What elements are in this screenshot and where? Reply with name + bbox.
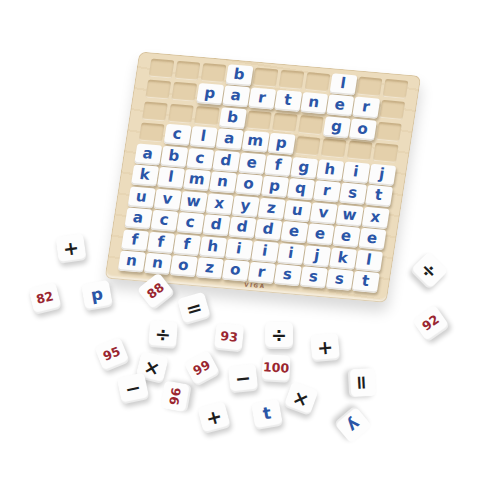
board-tile-w[interactable]: w [179,190,207,212]
board-cell-r10c5: o [221,259,250,283]
board-tile-c[interactable]: c [176,212,204,234]
loose-tile-−[interactable]: − [116,372,149,404]
board-cell-r4c7 [292,134,321,158]
loose-tile-t[interactable]: t [251,399,283,430]
board-grid: blpartnerbgoclampabcdefghijklmnopqrstuvw… [117,56,410,294]
board-tile-o[interactable]: o [221,259,249,281]
board-tile-p[interactable]: p [196,83,224,105]
loose-tile-y[interactable]: y [334,405,373,444]
board-cell-r8c9: e [331,225,360,249]
board-cell-r1c10 [380,77,409,101]
board-tile-y[interactable]: y [231,195,259,217]
board-tile-c[interactable]: c [163,124,191,146]
board-tile-o[interactable]: o [348,118,376,140]
board-cell-r2c7: n [299,91,328,115]
board-cell-r10c6: r [247,261,276,285]
cell-recess [379,100,405,120]
board-tile-s[interactable]: s [325,268,353,290]
board-cell-r2c6: t [273,89,302,113]
tile-glyph: + [62,238,80,259]
board-tile-e[interactable]: e [358,228,386,250]
board-cell-r5c5: e [237,151,266,175]
board-cell-r3c7 [296,113,325,137]
board-cell-r10c2: n [143,252,172,276]
board-tile-n[interactable]: n [117,250,145,272]
board-tile-i[interactable]: i [342,161,370,183]
tile-glyph: 93 [220,330,239,344]
board-cell-r5c7: g [289,156,318,180]
board-tile-c[interactable]: c [150,210,178,232]
board-cell-r9c9: k [328,246,357,270]
board-cell-r10c1: n [117,250,146,274]
board-tile-r[interactable]: r [313,180,341,202]
board-cell-r8c4: d [201,214,230,238]
board-cell-r9c6: i [250,240,279,264]
board-cell-r6c8: r [312,180,341,204]
board-tile-d[interactable]: d [228,216,256,238]
board-cell-r4c5: m [240,130,269,154]
board-tile-f[interactable]: f [264,154,292,176]
cell-recess [148,58,174,78]
tile-glyph: y [344,415,363,435]
board-cell-r6c3: m [182,168,211,192]
board-cell-r4c6: p [266,132,295,156]
board-tile-r[interactable]: r [247,262,275,284]
cell-recess [278,69,304,89]
photo-stage: blpartnerbgoclampabcdefghijklmnopqrstuvw… [0,0,483,483]
loose-tile-+[interactable]: + [310,333,340,362]
cell-recess [294,136,320,156]
board-cell-r4c10 [370,141,399,165]
board-tile-q[interactable]: q [287,178,315,200]
board-cell-r10c9: s [325,268,354,292]
board-tile-i[interactable]: i [277,242,305,264]
tile-glyph: 88 [145,281,166,302]
board-tile-r[interactable]: r [248,87,276,109]
board-tile-t[interactable]: t [365,185,393,207]
loose-tile-93[interactable]: 93 [214,323,245,353]
loose-tile-=[interactable]: = [177,292,211,326]
board-cell-r6c9: s [338,182,367,206]
loose-tile-+[interactable]: + [197,401,231,434]
cell-recess [372,143,398,163]
loose-tile-÷[interactable]: ÷ [148,320,178,349]
board-tile-b[interactable]: b [160,145,188,167]
cell-recess [376,121,402,141]
board-cell-r2c5: r [247,87,276,111]
tile-glyph: − [234,368,252,389]
cell-recess [168,103,194,123]
board-cell-r1c2 [172,59,201,83]
board-cell-r4c2: c [162,123,191,147]
cell-recess [356,76,382,96]
board-cell-r1c7 [302,70,331,94]
board-cell-r1c9 [354,74,383,98]
board-cell-r8c1: a [123,207,152,231]
tile-glyph: 82 [35,290,55,306]
loose-tile-95[interactable]: 95 [94,337,130,373]
board-cell-r4c8 [318,137,347,161]
letter-board: blpartnerbgoclampabcdefghijklmnopqrstuvw… [104,51,421,303]
board-cell-r5c9: i [341,160,370,184]
board-tile-x[interactable]: x [205,193,233,215]
board-cell-r7c5: y [231,194,260,218]
loose-tile-99[interactable]: 99 [183,350,220,387]
cell-recess [174,60,200,80]
board-cell-r9c5: i [224,237,253,261]
board-tile-m[interactable]: m [183,169,211,191]
board-tile-t[interactable]: t [351,271,379,293]
board-cell-r1c3 [198,61,227,85]
board-tile-g[interactable]: g [322,116,350,138]
board-tile-x[interactable]: x [361,206,389,228]
board-tile-k[interactable]: k [131,164,159,186]
cell-recess [171,82,197,102]
tile-glyph: + [204,406,224,428]
board-tile-r[interactable]: r [352,96,380,118]
board-cell-r7c6: z [257,197,286,221]
board-cell-r5c2: b [159,145,188,169]
board-tile-l[interactable]: l [157,167,185,189]
board-tile-s[interactable]: s [339,182,367,204]
board-cell-r3c8: g [322,115,351,139]
board-cell-r7c4: x [205,192,234,216]
board-tile-e[interactable]: e [306,223,334,245]
board-tile-e[interactable]: e [326,94,354,116]
board-cell-r5c10: j [367,163,396,187]
tile-glyph: + [316,337,334,357]
board-cell-r10c10: t [351,270,380,294]
tile-glyph: ÷ [417,258,442,283]
board-cell-r1c6 [276,68,305,92]
loose-tile-÷[interactable]: ÷ [410,251,449,290]
board-tile-v[interactable]: v [309,202,337,224]
board-cell-r4c9 [344,139,373,163]
loose-tile-−[interactable]: − [228,364,259,394]
tile-glyph: × [142,356,162,378]
board-tile-g[interactable]: g [290,156,318,178]
board-cell-r1c8: l [328,72,357,96]
tile-glyph: 96 [168,387,183,406]
board-tile-w[interactable]: w [335,204,363,226]
board-cell-r1c5 [250,65,279,89]
cell-recess [346,141,372,161]
loose-tile-96[interactable]: 96 [160,380,191,412]
loose-tile-92[interactable]: 92 [412,304,450,342]
board-tile-e[interactable]: e [332,225,360,247]
board-cell-r2c4: a [221,85,250,109]
board-cell-r8c3: c [175,211,204,235]
board-tile-m[interactable]: m [241,130,269,152]
board-tile-f[interactable]: f [121,229,149,251]
tile-glyph: × [290,387,311,410]
board-cell-r7c9: w [335,203,364,227]
board-cell-r6c5: o [234,173,263,197]
board-cell-r7c2: v [153,188,182,212]
tile-glyph: 100 [263,362,290,376]
board-tile-d[interactable]: d [254,219,282,241]
board-cell-r2c1 [143,78,172,102]
board-cell-r2c3: p [195,82,224,106]
board-tile-n[interactable]: n [143,253,171,275]
board-cell-r5c6: f [263,154,292,178]
board-tile-u[interactable]: u [283,199,311,221]
board-cell-r3c10 [374,120,403,144]
tile-glyph: = [184,297,205,320]
cell-recess [138,122,164,142]
tile-glyph: = [352,374,372,391]
board-cell-r2c8: e [325,94,354,118]
board-tile-p[interactable]: p [267,133,295,155]
board-tile-n[interactable]: n [209,171,237,193]
board-cell-r6c10: t [364,184,393,208]
loose-tile-82[interactable]: 82 [28,282,62,315]
tile-glyph: 99 [191,359,212,378]
board-cell-r5c8: h [315,158,344,182]
board-tile-t[interactable]: t [274,90,302,112]
cell-recess [272,112,298,132]
cell-recess [382,78,408,98]
tile-glyph: p [90,286,104,304]
cell-recess [252,67,278,87]
board-cell-r3c6 [270,111,299,135]
cell-recess [298,115,324,135]
tile-glyph: ÷ [154,324,171,344]
board-cell-r10c3: o [169,254,198,278]
board-cell-r7c1: u [127,185,156,209]
loose-tile-+[interactable]: + [55,233,86,264]
board-cell-r9c10: l [354,249,383,273]
board-cell-r3c9: o [348,117,377,141]
board-tile-e[interactable]: e [238,152,266,174]
board-cell-r5c1: a [133,142,162,166]
board-cell-r4c1 [136,121,165,145]
loose-tile-100[interactable]: 100 [261,354,290,382]
board-cell-r5c3: c [185,147,214,171]
board-cell-r1c1 [146,56,175,80]
board-cell-r7c10: x [361,206,390,230]
cell-recess [200,63,226,83]
board-tile-l[interactable]: l [355,249,383,271]
board-cell-r9c1: f [120,228,149,252]
board-cell-r6c4: n [208,171,237,195]
board-cell-r9c7: i [276,242,305,266]
tile-glyph: 92 [420,313,441,333]
board-tile-j[interactable]: j [303,245,331,267]
board-cell-r6c1: k [130,164,159,188]
cell-recess [194,106,220,126]
board-tile-s[interactable]: s [299,266,327,288]
board-cell-r8c8: e [305,223,334,247]
cell-recess [142,101,168,121]
board-tile-n[interactable]: n [300,92,328,114]
board-cell-r9c4: h [198,235,227,259]
board-tile-o[interactable]: o [235,173,263,195]
board-tile-d[interactable]: d [202,214,230,236]
board-tile-a[interactable]: a [124,207,152,229]
board-cell-r3c3 [192,104,221,128]
board-tile-l[interactable]: l [189,126,217,148]
cell-recess [246,110,272,130]
board-tile-z[interactable]: z [195,257,223,279]
board-cell-r9c8: j [302,244,331,268]
board-cell-r10c8: s [299,266,328,290]
board-cell-r6c7: q [286,177,315,201]
board-tile-a[interactable]: a [215,128,243,150]
board-cell-r3c1 [140,99,169,123]
board-tile-o[interactable]: o [169,255,197,277]
board-tile-j[interactable]: j [368,163,396,185]
board-tile-f[interactable]: f [147,231,175,253]
loose-tile-=[interactable]: = [348,368,376,397]
tile-glyph: ÷ [271,326,287,345]
board-cell-r2c10 [377,98,406,122]
cell-recess [320,138,346,158]
board-cell-r8c6: d [253,218,282,242]
board-tile-b[interactable]: b [218,107,246,129]
board-cell-r8c2: c [149,209,178,233]
board-tile-k[interactable]: k [329,247,357,269]
board-tile-c[interactable]: c [186,147,214,169]
board-cell-r10c7: s [273,263,302,287]
board-cell-r6c6: p [260,175,289,199]
board-tile-b[interactable]: b [225,64,253,86]
board-tile-p[interactable]: p [261,176,289,198]
board-tile-z[interactable]: z [257,197,285,219]
board-tile-v[interactable]: v [153,188,181,210]
board-cell-r2c2 [169,80,198,104]
loose-tile-÷[interactable]: ÷ [265,322,293,349]
board-cell-r3c5 [244,108,273,132]
board-cell-r8c10: e [357,227,386,251]
board-tile-a[interactable]: a [134,143,162,165]
board-cell-r5c4: d [211,149,240,173]
board-cell-r8c7: e [279,220,308,244]
board-cell-r4c4: a [214,128,243,152]
board-cell-r3c4: b [218,106,247,130]
tile-glyph: 95 [102,345,123,363]
tile-glyph: − [123,378,143,400]
loose-tile-p[interactable]: p [81,280,113,311]
board-tile-u[interactable]: u [127,186,155,208]
board-cell-r7c3: w [179,190,208,214]
board-tile-i[interactable]: i [225,238,253,260]
tile-glyph: t [262,406,273,424]
board-cell-r4c3: l [188,125,217,149]
board-cell-r1c4: b [224,63,253,87]
board-cell-r10c4: z [195,257,224,281]
board-cell-r7c7: u [283,199,312,223]
board-tile-l[interactable]: l [329,73,357,95]
board-tile-f[interactable]: f [173,233,201,255]
cell-recess [145,79,171,99]
board-tile-s[interactable]: s [273,264,301,286]
board-tile-h[interactable]: h [316,159,344,181]
board-cell-r9c3: f [172,233,201,257]
cell-recess [304,72,330,92]
board-tile-h[interactable]: h [199,236,227,258]
board-cell-r6c2: l [156,166,185,190]
board-tile-d[interactable]: d [212,150,240,172]
board-cell-r7c8: v [309,201,338,225]
board-cell-r3c2 [166,102,195,126]
board-cell-r2c9: r [351,96,380,120]
board-tile-i[interactable]: i [251,240,279,262]
board-tile-e[interactable]: e [280,221,308,243]
board-tile-a[interactable]: a [222,85,250,107]
board-cell-r8c5: d [227,216,256,240]
loose-tile-×[interactable]: × [283,381,319,416]
board-cell-r9c2: f [146,231,175,255]
